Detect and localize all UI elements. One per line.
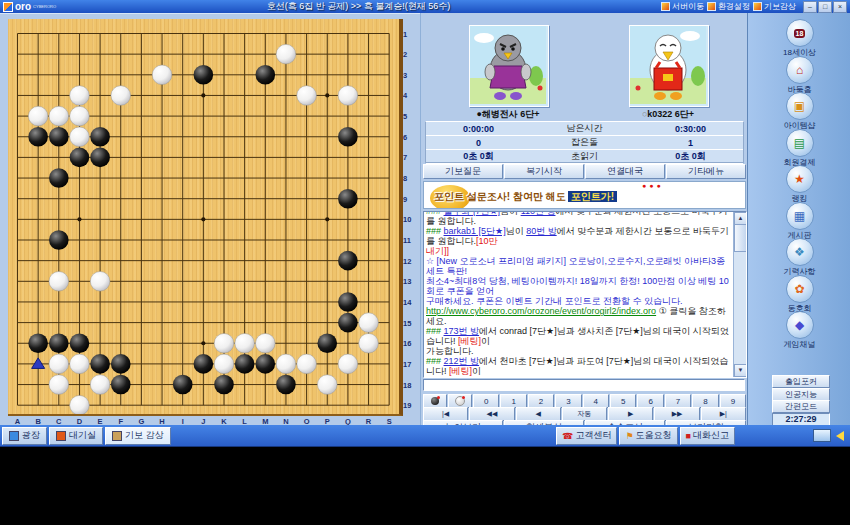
row-label-16: 16 bbox=[403, 339, 415, 348]
minimize-button[interactable]: – bbox=[803, 1, 817, 13]
banner-text: 포인트 설문조사! 참여만 해도포인트가! bbox=[434, 190, 617, 204]
black-stone-Q14 bbox=[338, 292, 358, 312]
help-request-icon: ⚑ bbox=[625, 431, 633, 441]
phone-icon: ☎ bbox=[562, 431, 573, 441]
black-remaining-time: 0:00:00 bbox=[426, 124, 531, 134]
black-stone-L17 bbox=[235, 354, 255, 374]
window-controls: – □ × bbox=[803, 1, 847, 13]
sidebar-small-button-3[interactable]: 간편모드 bbox=[772, 400, 830, 413]
white-stone-C18 bbox=[49, 375, 69, 395]
game-channel-icon: ◆ bbox=[786, 311, 814, 339]
white-stone-E18 bbox=[90, 375, 110, 395]
chat-line-10: ### 212번 방에서 천마초 [7단★]님과 파도여 [7단★]님의 대국이… bbox=[426, 356, 733, 376]
chat-link[interactable]: 80번 방 bbox=[526, 226, 557, 236]
white-remaining-time: 0:30:00 bbox=[638, 124, 743, 134]
go-board[interactable] bbox=[8, 19, 403, 416]
taskbar-tab-icon-1 bbox=[9, 431, 19, 441]
home-icon-glyph: ⌂ bbox=[796, 64, 803, 76]
move-number-button-1[interactable]: 1 bbox=[500, 394, 526, 408]
row-label-18: 18 bbox=[403, 381, 415, 390]
chat-line-1: ### 불주와 [7단★]님이 110번 방에서 맞수분과 제한시간 보통으로 … bbox=[426, 211, 733, 226]
bulletin-board-icon: ▦ bbox=[786, 202, 814, 230]
18-badge: 18 bbox=[794, 29, 806, 38]
white-stone-C5 bbox=[49, 106, 69, 126]
chat-text: 내기]] bbox=[426, 246, 449, 256]
black-stone-J3 bbox=[194, 65, 214, 85]
chat-text: 가능합니다. bbox=[426, 376, 474, 378]
row-label-9: 9 bbox=[403, 195, 415, 204]
white-stone-P18 bbox=[317, 375, 337, 395]
chat-messages: ### 불주와 [7단★]님이 110번 방에서 맞수분과 제한시간 보통으로 … bbox=[426, 211, 733, 378]
move-number-button-4[interactable]: 4 bbox=[583, 394, 609, 408]
white-stone-N2 bbox=[276, 44, 296, 64]
white-stone-L16 bbox=[235, 333, 255, 353]
speaker-icon[interactable] bbox=[836, 431, 844, 441]
payment-icon: ▤ bbox=[786, 129, 814, 157]
chat-text: [베팅] bbox=[458, 336, 481, 346]
black-stone-N18 bbox=[276, 375, 296, 395]
black-captures: 0 bbox=[426, 138, 531, 148]
taskbar-tab-label: 기보 감상 bbox=[125, 429, 164, 442]
chat-line-11: 가능합니다. bbox=[426, 376, 733, 378]
chat-line-5: 최소4~최대8억 당첨, 베팅아이템까지! 18일까지 한정! 100만점 이상… bbox=[426, 276, 733, 296]
action-button-3[interactable]: 연결대국 bbox=[585, 164, 665, 179]
chat-line-9: 가능합니다. bbox=[426, 346, 733, 356]
white-stone-D19 bbox=[70, 395, 90, 414]
black-stone-numbers-button[interactable] bbox=[423, 394, 447, 408]
action-button-4[interactable]: 기타메뉴 bbox=[666, 164, 746, 179]
white-stone-O17 bbox=[297, 354, 317, 374]
move-number-button-0[interactable]: 0 bbox=[473, 394, 499, 408]
step-back-button[interactable]: ◀ bbox=[516, 407, 561, 421]
step-forward-button[interactable]: ▶ bbox=[608, 407, 653, 421]
row-label-5: 5 bbox=[403, 112, 415, 121]
white-stone-D17 bbox=[70, 354, 90, 374]
white-stone-O4 bbox=[297, 86, 317, 106]
game-status-title: 호선(흑 6집 반 공제) >> 흑 불계승!(현재 56수) bbox=[56, 0, 661, 13]
taskbar-tab-1[interactable]: 광장 bbox=[2, 427, 47, 445]
white-stone-R16 bbox=[359, 333, 379, 353]
black-stone-M3 bbox=[255, 65, 275, 85]
black-stone-D16 bbox=[70, 333, 90, 353]
black-stone-F17 bbox=[111, 354, 131, 374]
app-window: oro CYBERORO 호선(흑 6집 반 공제) >> 흑 불계승!(현재 … bbox=[0, 0, 850, 447]
banner-highlight: 포인트가! bbox=[568, 191, 617, 202]
logo-text: oro bbox=[15, 1, 31, 12]
row-label-10: 10 bbox=[403, 215, 415, 224]
cyberoro-app: oro CYBERORO 호선(흑 6집 반 공제) >> 흑 불계승!(현재 … bbox=[0, 0, 850, 525]
sidebar-item-2[interactable]: ⌂바둑홈 bbox=[748, 56, 850, 95]
sidebar-small-button-1[interactable]: 출입포커 bbox=[772, 375, 830, 388]
white-stone-numbers-button[interactable] bbox=[448, 394, 472, 408]
black-stone-Q15 bbox=[338, 313, 358, 333]
banner-dots: ●●● bbox=[642, 182, 664, 189]
white-stone-D5 bbox=[70, 106, 90, 126]
sidebar-item-7[interactable]: ❖기력사항 bbox=[748, 238, 850, 277]
chat-report-button[interactable]: ■대화신고 bbox=[680, 427, 735, 445]
item-shop-icon-glyph: ▣ bbox=[794, 100, 805, 112]
black-stone-Q9 bbox=[338, 189, 358, 209]
chat-text: 최소4~최대8억 당첨, 베팅아이템까지! 18일까지 한정! 100만점 이상… bbox=[426, 276, 729, 296]
white-stone-M16 bbox=[255, 333, 275, 353]
chat-line-3: 내기]] bbox=[426, 246, 733, 256]
black-stone-J17 bbox=[194, 354, 214, 374]
replay-transport-row: |◀◀◀◀자동▶▶▶▶| bbox=[423, 407, 746, 421]
bottom-taskbar: 광장대기실기보 감상 ☎고객센터⚑도움요청■대화신고 bbox=[0, 425, 850, 446]
chat-text: [10만 bbox=[476, 236, 498, 246]
customer-center-button[interactable]: ☎고객센터 bbox=[556, 427, 617, 445]
auto-replay-button[interactable]: 자동 bbox=[562, 407, 607, 421]
row-label-4: 4 bbox=[403, 91, 415, 100]
sidebar-item-9[interactable]: ◆게임채널 bbox=[748, 311, 850, 350]
fast-forward-button[interactable]: ▶▶ bbox=[654, 407, 699, 421]
settings-button[interactable]: 환경설정 bbox=[707, 1, 750, 12]
taskbar-tab-label: 광장 bbox=[22, 429, 40, 442]
point-event-banner[interactable]: ●●● 포인트 설문조사! 참여만 해도포인트가! bbox=[423, 181, 746, 209]
club-icon: ✿ bbox=[786, 275, 814, 303]
taskbar-tab-2[interactable]: 대기실 bbox=[49, 427, 103, 445]
help-request-button[interactable]: ⚑도움요청 bbox=[619, 427, 677, 445]
move-number-buttons-row: 0123456789 bbox=[423, 394, 746, 408]
chat-text: 가능합니다. bbox=[426, 346, 474, 356]
white-player-avatar bbox=[629, 25, 709, 107]
ranking-icon: ★ bbox=[786, 165, 814, 193]
chat-text: [베팅] bbox=[449, 366, 472, 376]
white-stone-numbers-icon bbox=[455, 396, 465, 406]
black-stone-E17 bbox=[90, 354, 110, 374]
row-label-17: 17 bbox=[403, 360, 415, 369]
screen-mode-icon[interactable] bbox=[813, 429, 831, 442]
restore-button[interactable]: □ bbox=[818, 1, 832, 13]
server-move-button[interactable]: 서버이동 bbox=[661, 1, 704, 12]
game-record-button[interactable]: 기보감상 bbox=[753, 1, 796, 12]
byoyomi-row: 0초 0회 초읽기 0초 0회 bbox=[426, 150, 743, 164]
task-button-label: 대화신고 bbox=[693, 429, 729, 442]
scroll-down-icon[interactable]: ▼ bbox=[734, 364, 747, 377]
chat-link[interactable]: http://www.cyberoro.com/orozone/event/or… bbox=[426, 306, 656, 316]
bulletin-board-icon-glyph: ▦ bbox=[794, 210, 805, 222]
row-label-3: 3 bbox=[403, 71, 415, 80]
chat-text: 이 bbox=[481, 336, 490, 346]
last-move-triangle-marker bbox=[32, 358, 45, 369]
black-stone-I18 bbox=[173, 375, 193, 395]
chat-scrollbar[interactable]: ▲ ▼ bbox=[733, 212, 746, 377]
report-icon: ■ bbox=[686, 431, 691, 441]
sidebar-item-1[interactable]: 1818세이상 bbox=[748, 19, 850, 58]
black-player-avatar bbox=[469, 25, 549, 107]
row-label-12: 12 bbox=[403, 257, 415, 266]
game-info-table: 0:00:00 남은시간 0:30:00 0 잡은돌 1 0초 0회 초읽기 0… bbox=[425, 121, 744, 163]
taskbar-tab-3[interactable]: 기보 감상 bbox=[105, 427, 171, 445]
black-stone-K18 bbox=[214, 375, 234, 395]
club-icon-glyph: ✿ bbox=[794, 283, 804, 295]
go-board-grid bbox=[8, 19, 399, 414]
row-label-6: 6 bbox=[403, 133, 415, 142]
move-number-button-3[interactable]: 3 bbox=[555, 394, 581, 408]
white-stone-R15 bbox=[359, 313, 379, 333]
row-label-1: 1 bbox=[403, 30, 415, 39]
title-bar: oro CYBERORO 호선(흑 6집 반 공제) >> 흑 불계승!(현재 … bbox=[0, 0, 850, 13]
chat-link[interactable]: barkab1 [5단★] bbox=[444, 226, 506, 236]
move-number-button-2[interactable]: 2 bbox=[528, 394, 554, 408]
right-sidebar: 1818세이상⌂바둑홈▣아이템샵▤회원결제★랭킹▦게시판❖기력사항✿동호회◆게임… bbox=[747, 13, 850, 425]
chat-link[interactable]: 173번 방 bbox=[444, 326, 480, 336]
move-number-button-8[interactable]: 8 bbox=[692, 394, 718, 408]
black-stone-M17 bbox=[255, 354, 275, 374]
action-button-2[interactable]: 복기시작 bbox=[504, 164, 584, 179]
go-to-start-button[interactable]: |◀ bbox=[423, 407, 468, 421]
captures-row: 0 잡은돌 1 bbox=[426, 136, 743, 150]
white-stone-H3 bbox=[152, 65, 172, 85]
close-button[interactable]: × bbox=[833, 1, 847, 13]
home-icon: ⌂ bbox=[786, 56, 814, 84]
black-stone-E7 bbox=[90, 148, 110, 168]
white-stone-N17 bbox=[276, 354, 296, 374]
game-record-icon bbox=[753, 2, 762, 11]
white-stone-B5 bbox=[28, 106, 48, 126]
black-stone-F18 bbox=[111, 375, 131, 395]
sidebar-item-8[interactable]: ✿동호회 bbox=[748, 275, 850, 314]
taskbar-tab-label: 대기실 bbox=[69, 429, 96, 442]
move-number-button-6[interactable]: 6 bbox=[637, 394, 663, 408]
move-number-button-7[interactable]: 7 bbox=[665, 394, 691, 408]
chat-link[interactable]: 212번 방 bbox=[444, 356, 480, 366]
move-number-button-9[interactable]: 9 bbox=[720, 394, 746, 408]
chat-text: 이 bbox=[472, 366, 481, 376]
white-byoyomi: 0초 0회 bbox=[638, 150, 743, 163]
white-stone-F4 bbox=[111, 86, 131, 106]
row-label-8: 8 bbox=[403, 174, 415, 183]
white-stone-Q17 bbox=[338, 354, 358, 374]
action-buttons-row: 기보질문복기시작연결대국기타메뉴 bbox=[423, 164, 746, 179]
black-stone-Q12 bbox=[338, 251, 358, 271]
white-stone-K17 bbox=[214, 354, 234, 374]
chat-text: ☆ [New 오로소녀 프리미엄 패키지] 오로낭이,오로수지,오로래빗 아바타… bbox=[426, 256, 725, 276]
row-label-7: 7 bbox=[403, 153, 415, 162]
game-channel-icon-glyph: ◆ bbox=[795, 319, 804, 331]
chat-text: ### bbox=[426, 326, 444, 336]
white-stone-E13 bbox=[90, 272, 110, 292]
rating-info-icon: ❖ bbox=[786, 238, 814, 266]
rating-info-icon-glyph: ❖ bbox=[794, 246, 805, 258]
chat-line-7: http://www.cyberoro.com/orozone/event/or… bbox=[426, 306, 733, 326]
chat-line-4: ☆ [New 오로소녀 프리미엄 패키지] 오로낭이,오로수지,오로래빗 아바타… bbox=[426, 256, 733, 276]
task-button-label: 도움요청 bbox=[636, 429, 672, 442]
chat-area[interactable]: ### 불주와 [7단★]님이 110번 방에서 맞수분과 제한시간 보통으로 … bbox=[423, 211, 747, 378]
payment-icon-glyph: ▤ bbox=[794, 137, 805, 149]
sidebar-item-5[interactable]: ★랭킹 bbox=[748, 165, 850, 204]
chat-text: 님이 bbox=[500, 211, 521, 216]
chat-line-6: 구매하세요. 쿠폰은 이벤트 기간내 포인트로 전환할 수 있습니다. bbox=[426, 296, 733, 306]
age-18-badge-icon: 18 bbox=[786, 19, 814, 47]
white-captures: 1 bbox=[638, 138, 743, 148]
item-shop-icon: ▣ bbox=[786, 92, 814, 120]
fast-rewind-button[interactable]: ◀◀ bbox=[469, 407, 514, 421]
row-label-11: 11 bbox=[403, 236, 415, 245]
white-stone-K16 bbox=[214, 333, 234, 353]
black-stone-D7 bbox=[70, 148, 90, 168]
black-stone-P16 bbox=[317, 333, 337, 353]
server-move-icon bbox=[661, 2, 670, 11]
action-button-1[interactable]: 기보질문 bbox=[423, 164, 503, 179]
go-to-end-button[interactable]: ▶| bbox=[701, 407, 746, 421]
black-stone-C11 bbox=[49, 230, 69, 250]
titlebar-buttons: 서버이동 환경설정 기보감상 – □ × bbox=[661, 1, 850, 13]
ranking-icon-glyph: ★ bbox=[794, 173, 805, 185]
black-stone-C16 bbox=[49, 333, 69, 353]
row-label-19: 19 bbox=[403, 401, 415, 410]
black-stone-B6 bbox=[28, 127, 48, 147]
sidebar-small-button-2[interactable]: 인공지능 bbox=[772, 388, 830, 401]
oro-logo: oro CYBERORO bbox=[0, 1, 56, 12]
black-stone-C6 bbox=[49, 127, 69, 147]
logo-icon bbox=[3, 2, 13, 12]
black-player-name: ●해병전사 6단+ bbox=[423, 108, 593, 121]
row-label-15: 15 bbox=[403, 319, 415, 328]
chat-text: 님이 bbox=[506, 226, 527, 236]
black-stone-numbers-icon bbox=[431, 397, 439, 405]
black-stone-B16 bbox=[28, 333, 48, 353]
row-label-13: 13 bbox=[403, 277, 415, 286]
sidebar-item-4[interactable]: ▤회원결제 bbox=[748, 129, 850, 168]
black-stone-Q6 bbox=[338, 127, 358, 147]
chat-line-8: ### 173번 방에서 conrad [7단★]님과 생사치존 [7단★]님의… bbox=[426, 326, 733, 346]
row-label-14: 14 bbox=[403, 298, 415, 307]
black-byoyomi: 0초 0회 bbox=[426, 150, 531, 163]
board-panel: 12345678910111213141516171819 ABCDEFGHIJ… bbox=[0, 13, 420, 426]
row-label-2: 2 bbox=[403, 50, 415, 59]
sidebar-item-6[interactable]: ▦게시판 bbox=[748, 202, 850, 241]
white-stone-C13 bbox=[49, 272, 69, 292]
scroll-thumb[interactable] bbox=[734, 224, 747, 252]
white-stone-Q4 bbox=[338, 86, 358, 106]
task-button-label: 고객센터 bbox=[575, 429, 611, 442]
sidebar-item-label: 게임채널 bbox=[748, 339, 850, 350]
black-stone-C8 bbox=[49, 168, 69, 188]
white-stone-C17 bbox=[49, 354, 69, 374]
white-player-name: ○k0322 6단+ bbox=[583, 108, 753, 121]
settings-icon bbox=[707, 2, 716, 11]
white-stone-D4 bbox=[70, 86, 90, 106]
remaining-time-row: 0:00:00 남은시간 0:30:00 bbox=[426, 122, 743, 136]
white-stone-D6 bbox=[70, 127, 90, 147]
black-stone-E6 bbox=[90, 127, 110, 147]
sidebar-item-3[interactable]: ▣아이템샵 bbox=[748, 92, 850, 131]
logo-subtext: CYBERORO bbox=[33, 4, 56, 9]
chat-input[interactable] bbox=[423, 379, 745, 391]
move-number-button-5[interactable]: 5 bbox=[610, 394, 636, 408]
chat-text: ### bbox=[426, 356, 444, 366]
game-info-panel: ●해병전사 6단+ ○k0322 6단+ 0:00:00 남은시간 0:30:0… bbox=[420, 13, 748, 425]
chat-text: ### bbox=[426, 226, 444, 236]
chat-text: 구매하세요. 쿠폰은 이벤트 기간내 포인트로 전환할 수 있습니다. bbox=[426, 296, 683, 306]
chat-link[interactable]: 110번 방 bbox=[521, 211, 556, 216]
taskbar-tab-icon-2 bbox=[56, 431, 66, 441]
chat-line-2: ### barkab1 [5단★]님이 80번 방에서 맞수분과 제한시간 보통… bbox=[426, 226, 733, 246]
taskbar-tab-icon-3 bbox=[112, 431, 122, 441]
